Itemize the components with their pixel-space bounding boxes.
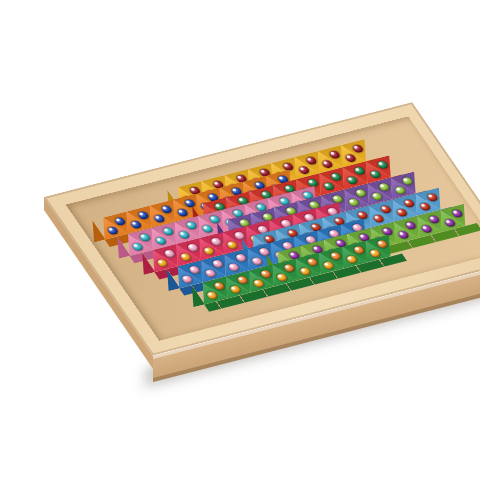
glitter-gem (250, 257, 264, 266)
glitter-gem (152, 214, 166, 223)
glitter-gem (282, 263, 296, 272)
glitter-gem (177, 230, 191, 239)
glitter-gem (450, 209, 464, 218)
glitter-gem (298, 267, 312, 276)
glitter-gem (329, 172, 343, 181)
glitter-gem (234, 253, 248, 262)
glitter-gem (136, 211, 150, 220)
glitter-gem (327, 150, 341, 159)
glitter-gem (211, 259, 225, 268)
glitter-gem (425, 193, 439, 202)
glitter-gem (259, 269, 273, 278)
glitter-gem (203, 269, 217, 278)
glitter-gem (402, 199, 416, 208)
glitter-gem (377, 182, 391, 191)
glitter-gem (159, 205, 173, 214)
product-photo-triangle-blocks-tray (40, 16, 480, 480)
glitter-gem (370, 192, 384, 201)
glitter-gem (105, 226, 119, 235)
glitter-gem (184, 221, 198, 230)
glitter-gem (275, 273, 289, 282)
glitter-gem (418, 202, 432, 211)
glitter-gem (395, 208, 409, 217)
glitter-gem (403, 221, 417, 230)
glitter-gem (379, 205, 393, 214)
glitter-gem (305, 257, 319, 266)
glitter-gem (320, 159, 334, 168)
glitter-gem (321, 261, 335, 270)
glitter-gem (419, 224, 433, 233)
glitter-gem (368, 170, 382, 179)
glitter-gem (130, 242, 144, 251)
glitter-gem (368, 249, 382, 258)
glitter-gem (186, 243, 200, 252)
glitter-gem (202, 246, 216, 255)
glitter-gem (205, 291, 219, 300)
glitter-gem (304, 156, 318, 165)
glitter-gem (427, 215, 441, 224)
glitter-gem (138, 233, 152, 242)
glitter-gem (251, 279, 265, 288)
glitter-gem (443, 218, 457, 227)
glitter-gem (400, 176, 414, 185)
glitter-gem (162, 249, 176, 258)
glitter-gem (209, 237, 223, 246)
glitter-gem (113, 217, 127, 226)
glitter-gem (212, 281, 226, 290)
glitter-gem (161, 227, 175, 236)
glitter-gem (200, 224, 214, 233)
glitter-gem (328, 251, 342, 260)
glitter-gem (175, 208, 189, 217)
glitter-gem (225, 240, 239, 249)
glitter-gem (235, 275, 249, 284)
glitter-gem (375, 160, 389, 169)
glitter-gem (352, 245, 366, 254)
glitter-gem (180, 275, 194, 284)
glitter-gem (345, 176, 359, 185)
glitter-gem (154, 236, 168, 245)
glitter-gem (354, 188, 368, 197)
glitter-gem (393, 186, 407, 195)
glitter-gem (228, 285, 242, 294)
glitter-gem (352, 166, 366, 175)
glitter-gem (375, 239, 389, 248)
glitter-gem (155, 258, 169, 267)
glitter-gem (178, 252, 192, 261)
glitter-gem (343, 153, 357, 162)
glitter-gem (351, 144, 365, 153)
glitter-gem (227, 263, 241, 272)
glitter-gem (187, 265, 201, 274)
glitter-gem (345, 255, 359, 264)
glitter-gem (129, 220, 143, 229)
